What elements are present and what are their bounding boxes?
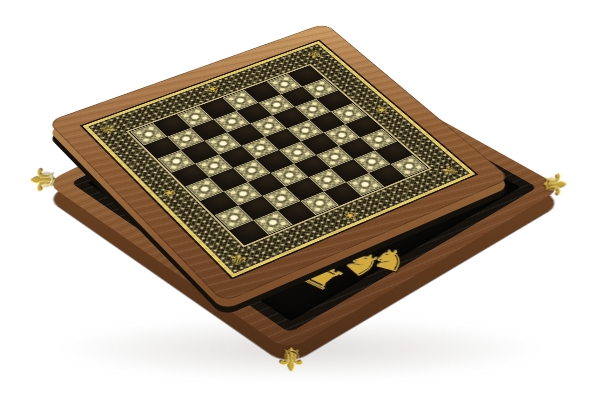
chessboard-grid xyxy=(130,66,428,245)
front-brass-foot-icon: ⚜ xyxy=(276,342,306,376)
corner-acanthus-icon: ⚜ xyxy=(439,164,464,179)
corner-acanthus-icon: ⚜ xyxy=(303,47,325,61)
corner-acanthus-icon: ⚜ xyxy=(93,122,120,136)
playing-field-frame xyxy=(126,64,432,248)
right-brass-fitting-icon: ⚜ xyxy=(538,170,570,199)
product-photo-scene: ♛♞♝♜♟♞ ⚜ ⚜ ⚜ ⚜ ⚜ ⚜ ⚜ ❀ ❀ ❀ ❀ xyxy=(0,0,600,396)
corner-acanthus-icon: ⚜ xyxy=(225,252,252,270)
edge-motif-icon: ❀ xyxy=(372,105,391,116)
edge-motif-icon: ❀ xyxy=(340,209,360,222)
left-brass-fitting-icon: ⚜ xyxy=(26,165,60,195)
edge-motif-icon: ❀ xyxy=(204,84,222,95)
edge-motif-icon: ❀ xyxy=(159,187,180,199)
